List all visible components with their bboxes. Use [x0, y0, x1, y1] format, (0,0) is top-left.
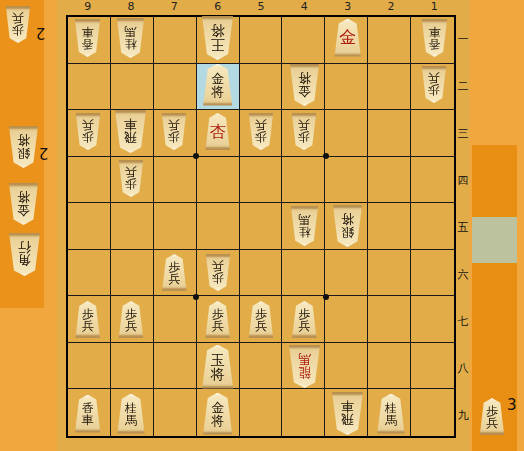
- square-41[interactable]: [282, 17, 325, 64]
- square-54[interactable]: [240, 157, 283, 204]
- piece-glyph: 金: [17, 204, 30, 217]
- square-49[interactable]: [282, 389, 325, 436]
- square-94[interactable]: [68, 157, 111, 204]
- stand-highlight: [472, 217, 517, 263]
- piece-glyph: 兵: [428, 73, 440, 85]
- piece-glyph: 将: [17, 191, 30, 204]
- piece-glyph: 香: [82, 38, 94, 50]
- piece-glyph: 兵: [12, 13, 24, 25]
- piece-glyph: 車: [341, 401, 354, 414]
- piece-glyph: 車: [428, 26, 440, 38]
- piece-glyph: 王: [211, 38, 225, 52]
- hand-count: 3: [507, 396, 517, 414]
- file-label-6: 6: [214, 0, 221, 13]
- piece-glyph: 歩: [428, 85, 440, 97]
- piece-glyph: 歩: [82, 308, 94, 320]
- file-label-7: 7: [171, 0, 178, 13]
- square-13[interactable]: [411, 110, 454, 157]
- piece-glyph: 兵: [255, 320, 267, 332]
- square-55[interactable]: [240, 203, 283, 250]
- square-88[interactable]: [111, 343, 154, 390]
- square-65[interactable]: [197, 203, 240, 250]
- square-92[interactable]: [68, 64, 111, 111]
- star-point: [323, 153, 329, 159]
- file-label-4: 4: [301, 0, 308, 13]
- rank-label-4: 四: [458, 172, 469, 187]
- file-label-2: 2: [387, 0, 394, 13]
- piece-glyph: 歩: [255, 308, 267, 320]
- rank-label-9: 九: [458, 407, 469, 422]
- piece-glyph: 金: [211, 401, 224, 414]
- piece-glyph: 車: [82, 414, 94, 426]
- star-point: [193, 294, 199, 300]
- square-77[interactable]: [154, 296, 197, 343]
- piece-glyph: 桂: [125, 38, 137, 50]
- piece-glyph: 飛: [124, 132, 137, 145]
- square-34[interactable]: [325, 157, 368, 204]
- hand-count: 2: [36, 24, 46, 42]
- square-86[interactable]: [111, 250, 154, 297]
- square-14[interactable]: [411, 157, 454, 204]
- square-44[interactable]: [282, 157, 325, 204]
- file-label-3: 3: [344, 0, 351, 13]
- piece-glyph: 銀: [341, 226, 354, 239]
- square-24[interactable]: [368, 157, 411, 204]
- piece-glyph: 兵: [212, 261, 224, 273]
- piece-glyph: 歩: [298, 308, 310, 320]
- rank-label-3: 三: [458, 125, 469, 140]
- piece-glyph: 歩: [168, 132, 180, 144]
- square-28[interactable]: [368, 343, 411, 390]
- piece-glyph: 馬: [298, 214, 310, 226]
- piece-glyph: 兵: [255, 120, 267, 132]
- square-79[interactable]: [154, 389, 197, 436]
- piece-glyph: 玉: [211, 353, 225, 367]
- square-85[interactable]: [111, 203, 154, 250]
- piece-glyph: 飛: [341, 414, 354, 427]
- square-56[interactable]: [240, 250, 283, 297]
- file-label-8: 8: [127, 0, 134, 13]
- square-32[interactable]: [325, 64, 368, 111]
- piece-glyph: 兵: [298, 320, 310, 332]
- square-58[interactable]: [240, 343, 283, 390]
- piece-glyph: 歩: [212, 308, 224, 320]
- rank-label-6: 六: [458, 266, 469, 281]
- hand-count: 2: [39, 144, 49, 162]
- square-25[interactable]: [368, 203, 411, 250]
- square-52[interactable]: [240, 64, 283, 111]
- piece-glyph: 金: [298, 85, 311, 98]
- piece-glyph: 香: [82, 402, 94, 414]
- piece-glyph: 香: [428, 38, 440, 50]
- square-26[interactable]: [368, 250, 411, 297]
- square-74[interactable]: [154, 157, 197, 204]
- square-82[interactable]: [111, 64, 154, 111]
- piece-glyph: 歩: [125, 308, 137, 320]
- piece-glyph: 歩: [125, 179, 137, 191]
- square-33[interactable]: [325, 110, 368, 157]
- piece-glyph: 馬: [385, 414, 397, 426]
- piece-glyph: 桂: [125, 402, 137, 414]
- file-label-5: 5: [257, 0, 264, 13]
- square-95[interactable]: [68, 203, 111, 250]
- star-point: [193, 153, 199, 159]
- square-78[interactable]: [154, 343, 197, 390]
- piece-glyph: 歩: [168, 261, 180, 273]
- square-18[interactable]: [411, 343, 454, 390]
- piece-glyph: 将: [211, 85, 224, 98]
- piece-glyph: 兵: [125, 167, 137, 179]
- square-98[interactable]: [68, 343, 111, 390]
- piece-glyph: 将: [211, 367, 225, 381]
- piece-glyph: 馬: [125, 414, 137, 426]
- piece-glyph: 将: [211, 24, 225, 38]
- square-36[interactable]: [325, 250, 368, 297]
- square-59[interactable]: [240, 389, 283, 436]
- piece-glyph: 馬: [298, 354, 311, 367]
- square-37[interactable]: [325, 296, 368, 343]
- square-15[interactable]: [411, 203, 454, 250]
- square-71[interactable]: [154, 17, 197, 64]
- piece-glyph: 行: [18, 242, 31, 255]
- piece-glyph: 龍: [298, 367, 311, 380]
- file-label-1: 1: [431, 0, 438, 13]
- piece-glyph: 歩: [255, 132, 267, 144]
- piece-glyph: 金: [339, 29, 356, 46]
- rank-label-7: 七: [458, 313, 469, 328]
- piece-glyph: 兵: [298, 120, 310, 132]
- piece-glyph: 車: [82, 26, 94, 38]
- piece-glyph: 歩: [486, 405, 498, 417]
- piece-glyph: 金: [211, 72, 224, 85]
- square-16[interactable]: [411, 250, 454, 297]
- piece-glyph: 銀: [17, 147, 30, 160]
- file-label-9: 9: [84, 0, 91, 13]
- piece-glyph: 馬: [125, 26, 137, 38]
- square-23[interactable]: [368, 110, 411, 157]
- piece-glyph: 角: [18, 255, 31, 268]
- square-46[interactable]: [282, 250, 325, 297]
- piece-glyph: 兵: [168, 273, 180, 285]
- piece-glyph: 将: [211, 414, 224, 427]
- square-72[interactable]: [154, 64, 197, 111]
- piece-glyph: 桂: [385, 402, 397, 414]
- piece-glyph: 将: [17, 134, 30, 147]
- piece-glyph: 兵: [125, 320, 137, 332]
- piece-glyph: 杏: [210, 124, 226, 140]
- piece-glyph: 将: [298, 72, 311, 85]
- square-96[interactable]: [68, 250, 111, 297]
- piece-glyph: 歩: [298, 132, 310, 144]
- rank-label-1: 一: [458, 31, 469, 46]
- square-51[interactable]: [240, 17, 283, 64]
- piece-glyph: 兵: [82, 320, 94, 332]
- square-22[interactable]: [368, 64, 411, 111]
- piece-glyph: 歩: [82, 132, 94, 144]
- piece-glyph: 兵: [82, 120, 94, 132]
- piece-glyph: 将: [341, 213, 354, 226]
- piece-glyph: 歩: [12, 25, 24, 37]
- piece-glyph: 桂: [298, 226, 310, 238]
- rank-label-2: 二: [458, 78, 469, 93]
- piece-glyph: 兵: [486, 417, 498, 429]
- square-38[interactable]: [325, 343, 368, 390]
- square-64[interactable]: [197, 157, 240, 204]
- piece-glyph: 歩: [212, 273, 224, 285]
- square-75[interactable]: [154, 203, 197, 250]
- piece-glyph: 車: [124, 119, 137, 132]
- shogi-app: 987654321 一二三四五六七八九 香車桂馬王将金香車金将金将歩兵歩兵飛車歩…: [0, 0, 524, 451]
- board-grid: [66, 15, 456, 438]
- square-19[interactable]: [411, 389, 454, 436]
- piece-glyph: 兵: [168, 120, 180, 132]
- square-21[interactable]: [368, 17, 411, 64]
- piece-glyph: 兵: [212, 320, 224, 332]
- star-point: [323, 294, 329, 300]
- rank-label-8: 八: [458, 360, 469, 375]
- square-27[interactable]: [368, 296, 411, 343]
- rank-label-5: 五: [458, 219, 469, 234]
- square-17[interactable]: [411, 296, 454, 343]
